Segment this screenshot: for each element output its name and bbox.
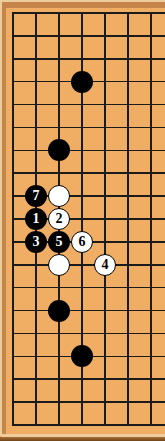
grid-line-horizontal (12, 287, 165, 289)
white-stone-C8[interactable] (48, 254, 70, 276)
white-stone-C10[interactable]: 2 (48, 208, 70, 230)
grid-line-horizontal (12, 35, 165, 37)
move-number-label: 1 (33, 212, 40, 226)
black-stone-B9[interactable]: 3 (25, 231, 47, 253)
board-frame-top (0, 2, 165, 8)
grid-line-horizontal (12, 310, 165, 312)
go-diagram: 7123564 (0, 0, 165, 441)
board-frame-left (2, 8, 6, 436)
black-stone-C9[interactable]: 5 (48, 231, 70, 253)
move-number-label: 3 (33, 235, 40, 249)
move-number-label: 5 (56, 235, 63, 249)
grid-line-horizontal (12, 58, 165, 60)
black-stone-C6[interactable] (48, 300, 70, 322)
grid-line-horizontal (12, 378, 165, 380)
black-stone-B10[interactable]: 1 (25, 208, 47, 230)
go-board[interactable]: 7123564 (0, 0, 165, 441)
grid-line-horizontal (12, 424, 165, 426)
grid-line-horizontal (12, 150, 165, 152)
grid-line-horizontal (12, 401, 165, 403)
black-stone-C13[interactable] (48, 139, 70, 161)
move-number-label: 2 (56, 212, 63, 226)
white-stone-E8[interactable]: 4 (94, 254, 116, 276)
move-number-label: 4 (102, 258, 109, 272)
grid-line-horizontal (12, 127, 165, 129)
move-number-label: 7 (33, 189, 40, 203)
grid-line-horizontal (12, 172, 165, 174)
grid-line-horizontal (12, 333, 165, 335)
white-stone-D9[interactable]: 6 (71, 231, 93, 253)
board-frame-bottom (0, 437, 165, 441)
grid-line-horizontal (12, 104, 165, 106)
black-stone-D4[interactable] (71, 345, 93, 367)
black-stone-B11[interactable]: 7 (25, 185, 47, 207)
grid-line-horizontal (12, 12, 165, 14)
grid-line-horizontal (12, 264, 165, 266)
white-stone-C11[interactable] (48, 185, 70, 207)
move-number-label: 6 (79, 235, 86, 249)
black-stone-D16[interactable] (71, 71, 93, 93)
